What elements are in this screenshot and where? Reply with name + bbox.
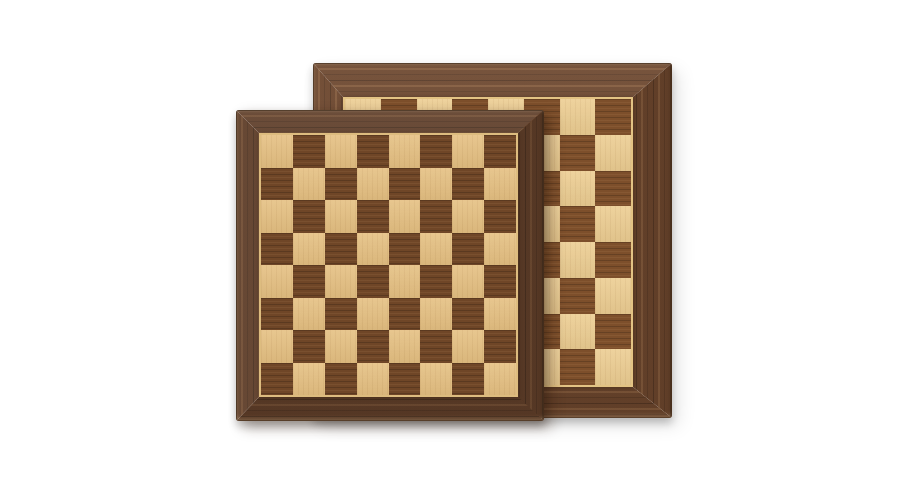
square-d6 xyxy=(357,200,389,233)
square-g3 xyxy=(560,278,596,314)
square-d3 xyxy=(357,298,389,331)
square-h3 xyxy=(484,298,516,331)
square-f8 xyxy=(420,135,452,168)
square-a6 xyxy=(261,200,293,233)
square-a7 xyxy=(261,168,293,201)
square-g4 xyxy=(452,265,484,298)
square-h4 xyxy=(484,265,516,298)
square-h1 xyxy=(595,349,631,385)
square-d5 xyxy=(357,233,389,266)
square-g8 xyxy=(452,135,484,168)
square-f5 xyxy=(420,233,452,266)
square-c2 xyxy=(325,330,357,363)
square-g5 xyxy=(560,206,596,242)
square-g4 xyxy=(560,242,596,278)
square-b2 xyxy=(293,330,325,363)
square-c8 xyxy=(325,135,357,168)
square-e1 xyxy=(389,363,421,396)
square-a4 xyxy=(261,265,293,298)
square-f4 xyxy=(420,265,452,298)
square-g6 xyxy=(452,200,484,233)
front-board-playing-area xyxy=(259,133,518,397)
square-c1 xyxy=(325,363,357,396)
square-g2 xyxy=(560,314,596,350)
square-b5 xyxy=(293,233,325,266)
chessboard-front xyxy=(236,110,544,421)
square-d2 xyxy=(357,330,389,363)
square-g5 xyxy=(452,233,484,266)
square-c6 xyxy=(325,200,357,233)
square-h7 xyxy=(484,168,516,201)
square-b8 xyxy=(293,135,325,168)
square-f6 xyxy=(420,200,452,233)
square-g1 xyxy=(452,363,484,396)
square-h2 xyxy=(484,330,516,363)
square-h5 xyxy=(595,206,631,242)
square-e4 xyxy=(389,265,421,298)
square-g7 xyxy=(560,135,596,171)
square-b1 xyxy=(293,363,325,396)
square-g6 xyxy=(560,171,596,207)
square-h6 xyxy=(484,200,516,233)
square-e5 xyxy=(389,233,421,266)
square-g3 xyxy=(452,298,484,331)
square-f1 xyxy=(420,363,452,396)
square-g8 xyxy=(560,99,596,135)
square-b4 xyxy=(293,265,325,298)
square-a3 xyxy=(261,298,293,331)
square-g1 xyxy=(560,349,596,385)
square-d8 xyxy=(357,135,389,168)
square-e8 xyxy=(389,135,421,168)
square-h4 xyxy=(595,242,631,278)
square-c4 xyxy=(325,265,357,298)
square-b6 xyxy=(293,200,325,233)
square-d1 xyxy=(357,363,389,396)
square-g2 xyxy=(452,330,484,363)
square-h8 xyxy=(484,135,516,168)
front-board-grid xyxy=(261,135,516,395)
square-f7 xyxy=(420,168,452,201)
square-a5 xyxy=(261,233,293,266)
square-g7 xyxy=(452,168,484,201)
square-h6 xyxy=(595,171,631,207)
square-e3 xyxy=(389,298,421,331)
square-f2 xyxy=(420,330,452,363)
square-e6 xyxy=(389,200,421,233)
square-d4 xyxy=(357,265,389,298)
square-e2 xyxy=(389,330,421,363)
square-h7 xyxy=(595,135,631,171)
square-b7 xyxy=(293,168,325,201)
square-f3 xyxy=(420,298,452,331)
square-h1 xyxy=(484,363,516,396)
square-a1 xyxy=(261,363,293,396)
square-b3 xyxy=(293,298,325,331)
square-h8 xyxy=(595,99,631,135)
square-e7 xyxy=(389,168,421,201)
square-c7 xyxy=(325,168,357,201)
product-photo xyxy=(0,0,900,490)
square-c3 xyxy=(325,298,357,331)
square-a2 xyxy=(261,330,293,363)
square-h5 xyxy=(484,233,516,266)
square-a8 xyxy=(261,135,293,168)
square-h3 xyxy=(595,278,631,314)
square-h2 xyxy=(595,314,631,350)
square-d7 xyxy=(357,168,389,201)
square-c5 xyxy=(325,233,357,266)
